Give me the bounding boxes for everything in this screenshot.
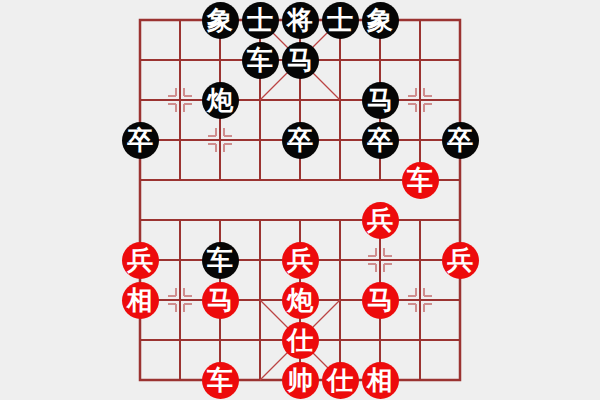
piece-red-chariot[interactable]: 车 [202,362,239,399]
board-points: 象士将士象车马炮马卒卒卒卒车车兵兵兵兵相马炮马仕车帅仕相 [120,0,480,400]
piece-red-horse[interactable]: 马 [202,282,239,319]
piece-black-soldier[interactable]: 卒 [362,122,399,159]
piece-red-soldier[interactable]: 兵 [122,242,159,279]
piece-black-general[interactable]: 将 [282,2,319,39]
piece-red-soldier[interactable]: 兵 [282,242,319,279]
piece-black-chariot[interactable]: 车 [202,242,239,279]
piece-black-advisor[interactable]: 士 [322,2,359,39]
piece-black-elephant[interactable]: 象 [362,2,399,39]
xiangqi-board: 象士将士象车马炮马卒卒卒卒车车兵兵兵兵相马炮马仕车帅仕相 [120,0,480,400]
piece-black-soldier[interactable]: 卒 [282,122,319,159]
piece-black-horse[interactable]: 马 [362,82,399,119]
piece-black-advisor[interactable]: 士 [242,2,279,39]
piece-black-cannon[interactable]: 炮 [202,82,239,119]
piece-red-general[interactable]: 帅 [282,362,319,399]
piece-red-horse[interactable]: 马 [362,282,399,319]
piece-red-elephant[interactable]: 相 [362,362,399,399]
piece-black-soldier[interactable]: 卒 [442,122,479,159]
piece-red-advisor[interactable]: 仕 [322,362,359,399]
piece-red-elephant[interactable]: 相 [122,282,159,319]
screen: 象士将士象车马炮马卒卒卒卒车车兵兵兵兵相马炮马仕车帅仕相 [0,0,600,400]
piece-black-elephant[interactable]: 象 [202,2,239,39]
piece-red-cannon[interactable]: 炮 [282,282,319,319]
piece-red-soldier[interactable]: 兵 [442,242,479,279]
piece-red-advisor[interactable]: 仕 [282,322,319,359]
piece-red-soldier[interactable]: 兵 [362,202,399,239]
piece-black-horse[interactable]: 马 [282,42,319,79]
piece-red-chariot[interactable]: 车 [402,162,439,199]
piece-black-chariot[interactable]: 车 [242,42,279,79]
piece-black-soldier[interactable]: 卒 [122,122,159,159]
